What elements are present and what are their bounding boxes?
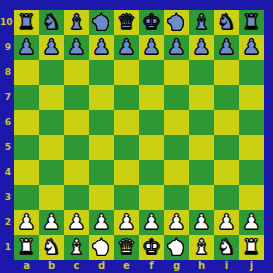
camel-horsehead-icon xyxy=(166,12,187,33)
square-g10[interactable] xyxy=(164,10,189,35)
square-f10[interactable]: ♚ xyxy=(139,10,164,35)
chess-board: ♜♞♝♛♚♝♞♜♟♟♟♟♟♟♟♟♟♟♟♟♟♟♟♟♟♟♟♟♜♞♝♛♚♝♞♜ xyxy=(14,10,264,260)
square-d3[interactable] xyxy=(89,185,114,210)
rank-label-5: 5 xyxy=(0,135,11,160)
square-g7[interactable] xyxy=(164,85,189,110)
board-frame: ♜♞♝♛♚♝♞♜♟♟♟♟♟♟♟♟♟♟♟♟♟♟♟♟♟♟♟♟♜♞♝♛♚♝♞♜ 109… xyxy=(0,0,273,273)
black-pawn[interactable]: ♟ xyxy=(192,37,211,58)
square-h4[interactable] xyxy=(189,160,214,185)
square-b5[interactable] xyxy=(39,135,64,160)
square-f3[interactable] xyxy=(139,185,164,210)
square-i8[interactable] xyxy=(214,60,239,85)
white-rook[interactable]: ♜ xyxy=(17,237,36,258)
square-f8[interactable] xyxy=(139,60,164,85)
white-pawn[interactable]: ♟ xyxy=(17,212,36,233)
black-pawn[interactable]: ♟ xyxy=(217,37,236,58)
square-d10[interactable] xyxy=(89,10,114,35)
white-pawn[interactable]: ♟ xyxy=(117,212,136,233)
rank-label-2: 2 xyxy=(0,210,11,235)
black-knight[interactable]: ♞ xyxy=(42,12,61,33)
square-b10[interactable]: ♞ xyxy=(39,10,64,35)
square-a5[interactable] xyxy=(14,135,39,160)
rank-label-6: 6 xyxy=(0,110,11,135)
square-b7[interactable] xyxy=(39,85,64,110)
rank-label-4: 4 xyxy=(0,160,11,185)
square-d2[interactable]: ♟ xyxy=(89,210,114,235)
file-label-b: b xyxy=(39,260,64,273)
square-c1[interactable]: ♝ xyxy=(64,235,89,260)
white-pawn[interactable]: ♟ xyxy=(167,212,186,233)
square-j5[interactable] xyxy=(239,135,264,160)
square-i4[interactable] xyxy=(214,160,239,185)
square-b9[interactable]: ♟ xyxy=(39,35,64,60)
square-j7[interactable] xyxy=(239,85,264,110)
black-bishop[interactable]: ♝ xyxy=(67,12,86,33)
square-i10[interactable]: ♞ xyxy=(214,10,239,35)
black-pawn[interactable]: ♟ xyxy=(67,37,86,58)
square-j8[interactable] xyxy=(239,60,264,85)
square-b4[interactable] xyxy=(39,160,64,185)
square-d1[interactable] xyxy=(89,235,114,260)
square-a4[interactable] xyxy=(14,160,39,185)
square-f1[interactable]: ♚ xyxy=(139,235,164,260)
square-g5[interactable] xyxy=(164,135,189,160)
square-h5[interactable] xyxy=(189,135,214,160)
square-c2[interactable]: ♟ xyxy=(64,210,89,235)
camel-horsehead-icon xyxy=(166,237,187,258)
square-j6[interactable] xyxy=(239,110,264,135)
square-e7[interactable] xyxy=(114,85,139,110)
square-b3[interactable] xyxy=(39,185,64,210)
square-c7[interactable] xyxy=(64,85,89,110)
square-h6[interactable] xyxy=(189,110,214,135)
square-f5[interactable] xyxy=(139,135,164,160)
square-d5[interactable] xyxy=(89,135,114,160)
square-i1[interactable]: ♞ xyxy=(214,235,239,260)
white-pawn[interactable]: ♟ xyxy=(67,212,86,233)
black-pawn[interactable]: ♟ xyxy=(42,37,61,58)
black-rook[interactable]: ♜ xyxy=(17,12,36,33)
square-h8[interactable] xyxy=(189,60,214,85)
square-h2[interactable]: ♟ xyxy=(189,210,214,235)
white-knight[interactable]: ♞ xyxy=(42,237,61,258)
square-b2[interactable]: ♟ xyxy=(39,210,64,235)
rank-label-7: 7 xyxy=(0,85,11,110)
square-e6[interactable] xyxy=(114,110,139,135)
square-f9[interactable]: ♟ xyxy=(139,35,164,60)
square-a10[interactable]: ♜ xyxy=(14,10,39,35)
camel-horsehead-icon xyxy=(91,12,112,33)
square-a8[interactable] xyxy=(14,60,39,85)
black-bishop[interactable]: ♝ xyxy=(192,12,211,33)
white-pawn[interactable]: ♟ xyxy=(192,212,211,233)
white-camel[interactable] xyxy=(91,237,112,258)
square-a2[interactable]: ♟ xyxy=(14,210,39,235)
black-pawn[interactable]: ♟ xyxy=(167,37,186,58)
square-d8[interactable] xyxy=(89,60,114,85)
square-i6[interactable] xyxy=(214,110,239,135)
rank-label-10: 10 xyxy=(0,10,11,35)
file-label-j: j xyxy=(239,260,264,273)
square-i2[interactable]: ♟ xyxy=(214,210,239,235)
white-pawn[interactable]: ♟ xyxy=(242,212,261,233)
file-label-c: c xyxy=(64,260,89,273)
square-e1[interactable]: ♛ xyxy=(114,235,139,260)
square-g6[interactable] xyxy=(164,110,189,135)
square-h10[interactable]: ♝ xyxy=(189,10,214,35)
square-f2[interactable]: ♟ xyxy=(139,210,164,235)
square-d4[interactable] xyxy=(89,160,114,185)
black-camel[interactable] xyxy=(91,12,112,33)
file-label-i: i xyxy=(214,260,239,273)
square-e3[interactable] xyxy=(114,185,139,210)
square-h9[interactable]: ♟ xyxy=(189,35,214,60)
file-label-g: g xyxy=(164,260,189,273)
square-c5[interactable] xyxy=(64,135,89,160)
square-b1[interactable]: ♞ xyxy=(39,235,64,260)
camel-horsehead-icon xyxy=(91,237,112,258)
square-a6[interactable] xyxy=(14,110,39,135)
white-rook[interactable]: ♜ xyxy=(242,237,261,258)
black-queen[interactable]: ♛ xyxy=(117,12,136,33)
white-king[interactable]: ♚ xyxy=(142,237,161,258)
square-c10[interactable]: ♝ xyxy=(64,10,89,35)
white-bishop[interactable]: ♝ xyxy=(192,237,211,258)
square-h7[interactable] xyxy=(189,85,214,110)
square-j2[interactable]: ♟ xyxy=(239,210,264,235)
square-j4[interactable] xyxy=(239,160,264,185)
black-pawn[interactable]: ♟ xyxy=(17,37,36,58)
square-g3[interactable] xyxy=(164,185,189,210)
file-label-f: f xyxy=(139,260,164,273)
square-g2[interactable]: ♟ xyxy=(164,210,189,235)
white-camel[interactable] xyxy=(166,237,187,258)
square-f6[interactable] xyxy=(139,110,164,135)
white-pawn[interactable]: ♟ xyxy=(92,212,111,233)
square-b6[interactable] xyxy=(39,110,64,135)
white-pawn[interactable]: ♟ xyxy=(142,212,161,233)
square-j3[interactable] xyxy=(239,185,264,210)
square-a3[interactable] xyxy=(14,185,39,210)
square-g9[interactable]: ♟ xyxy=(164,35,189,60)
file-label-d: d xyxy=(89,260,114,273)
white-pawn[interactable]: ♟ xyxy=(42,212,61,233)
square-g1[interactable] xyxy=(164,235,189,260)
square-e2[interactable]: ♟ xyxy=(114,210,139,235)
square-d6[interactable] xyxy=(89,110,114,135)
white-bishop[interactable]: ♝ xyxy=(67,237,86,258)
square-h3[interactable] xyxy=(189,185,214,210)
square-h1[interactable]: ♝ xyxy=(189,235,214,260)
square-e5[interactable] xyxy=(114,135,139,160)
black-king[interactable]: ♚ xyxy=(142,12,161,33)
square-e4[interactable] xyxy=(114,160,139,185)
square-i5[interactable] xyxy=(214,135,239,160)
square-c4[interactable] xyxy=(64,160,89,185)
square-f4[interactable] xyxy=(139,160,164,185)
rank-label-9: 9 xyxy=(0,35,11,60)
square-i9[interactable]: ♟ xyxy=(214,35,239,60)
file-label-a: a xyxy=(14,260,39,273)
square-c8[interactable] xyxy=(64,60,89,85)
white-queen[interactable]: ♛ xyxy=(117,237,136,258)
square-j10[interactable]: ♜ xyxy=(239,10,264,35)
square-g4[interactable] xyxy=(164,160,189,185)
file-label-e: e xyxy=(114,260,139,273)
white-knight[interactable]: ♞ xyxy=(217,237,236,258)
square-a9[interactable]: ♟ xyxy=(14,35,39,60)
square-c3[interactable] xyxy=(64,185,89,210)
square-c9[interactable]: ♟ xyxy=(64,35,89,60)
square-f7[interactable] xyxy=(139,85,164,110)
black-rook[interactable]: ♜ xyxy=(242,12,261,33)
square-i3[interactable] xyxy=(214,185,239,210)
square-e9[interactable]: ♟ xyxy=(114,35,139,60)
black-pawn[interactable]: ♟ xyxy=(117,37,136,58)
square-d9[interactable]: ♟ xyxy=(89,35,114,60)
square-b8[interactable] xyxy=(39,60,64,85)
square-g8[interactable] xyxy=(164,60,189,85)
square-e8[interactable] xyxy=(114,60,139,85)
square-e10[interactable]: ♛ xyxy=(114,10,139,35)
square-j1[interactable]: ♜ xyxy=(239,235,264,260)
black-camel[interactable] xyxy=(166,12,187,33)
rank-label-3: 3 xyxy=(0,185,11,210)
square-a1[interactable]: ♜ xyxy=(14,235,39,260)
white-pawn[interactable]: ♟ xyxy=(217,212,236,233)
square-d7[interactable] xyxy=(89,85,114,110)
square-c6[interactable] xyxy=(64,110,89,135)
black-knight[interactable]: ♞ xyxy=(217,12,236,33)
square-j9[interactable]: ♟ xyxy=(239,35,264,60)
square-a7[interactable] xyxy=(14,85,39,110)
black-pawn[interactable]: ♟ xyxy=(142,37,161,58)
black-pawn[interactable]: ♟ xyxy=(242,37,261,58)
rank-label-8: 8 xyxy=(0,60,11,85)
file-label-h: h xyxy=(189,260,214,273)
black-pawn[interactable]: ♟ xyxy=(92,37,111,58)
rank-label-1: 1 xyxy=(0,235,11,260)
square-i7[interactable] xyxy=(214,85,239,110)
